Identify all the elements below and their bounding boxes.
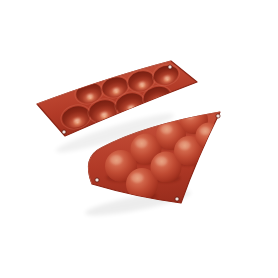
corner-hole [168, 65, 172, 69]
dome-specular [110, 155, 123, 165]
corner-hole [62, 130, 66, 134]
dome-specular [200, 127, 211, 135]
dome-specular [161, 125, 173, 134]
dome-specular [179, 141, 191, 150]
corner-hole [95, 178, 99, 182]
dome-specular [155, 156, 167, 165]
dome-specular [131, 173, 144, 183]
product-photo [0, 0, 278, 278]
corner-hole [216, 114, 220, 118]
dome-specular [135, 138, 147, 147]
corner-hole [175, 197, 179, 201]
silicone-mould-scene [0, 0, 278, 278]
